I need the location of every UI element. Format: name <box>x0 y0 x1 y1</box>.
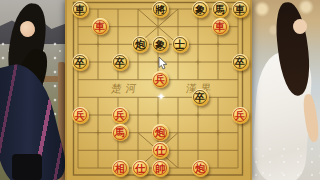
xiangqi-board[interactable]: 楚河 漢界 車將象馬車車車炮象士卒卒卒兵卒兵兵兵馬炮仕相仕帥炮 ✦ <box>65 0 252 180</box>
piece-black-象-f4r2[interactable]: 象 <box>152 36 169 53</box>
piece-glyph: 兵 <box>235 106 245 123</box>
piece-glyph: 卒 <box>235 53 245 70</box>
piece-black-象-f6r0[interactable]: 象 <box>192 1 209 18</box>
piece-black-卒-f8r3[interactable]: 卒 <box>232 54 249 71</box>
piece-glyph: 仕 <box>155 141 165 158</box>
piece-glyph: 炮 <box>195 159 205 176</box>
piece-black-卒-f2r3[interactable]: 卒 <box>112 54 129 71</box>
piece-black-卒-f0r3[interactable]: 卒 <box>72 54 89 71</box>
piece-glyph: 車 <box>95 18 105 35</box>
piece-glyph: 炮 <box>135 35 145 52</box>
piece-red-兵-f8r6[interactable]: 兵 <box>232 107 249 124</box>
piece-glyph: 炮 <box>155 124 165 141</box>
piece-glyph: 士 <box>175 35 185 52</box>
piece-red-仕-f3r9[interactable]: 仕 <box>132 160 149 177</box>
piece-red-兵-f2r6[interactable]: 兵 <box>112 107 129 124</box>
piece-red-兵-f0r6[interactable]: 兵 <box>72 107 89 124</box>
piece-black-士-f5r2[interactable]: 士 <box>172 36 189 53</box>
piece-red-馬-f2r7[interactable]: 馬 <box>112 124 129 141</box>
piece-glyph: 馬 <box>215 0 225 17</box>
sparkle-effect: ✦ <box>157 91 165 102</box>
piece-glyph: 馬 <box>115 124 125 141</box>
piece-red-車-f7r1[interactable]: 車 <box>212 18 229 35</box>
right-photo <box>252 0 320 180</box>
piece-red-炮-f6r9[interactable]: 炮 <box>192 160 209 177</box>
piece-glyph: 象 <box>155 35 165 52</box>
piece-glyph: 帥 <box>155 159 165 176</box>
piece-glyph: 將 <box>155 0 165 17</box>
river-label-chu-he: 楚河 <box>110 82 140 95</box>
piece-glyph: 車 <box>75 0 85 17</box>
piece-black-車-f0r0[interactable]: 車 <box>72 1 89 18</box>
piece-black-將-f4r0[interactable]: 將 <box>152 1 169 18</box>
mouse-cursor <box>158 57 168 70</box>
piece-red-車-f1r1[interactable]: 車 <box>92 18 109 35</box>
piece-red-相-f2r9[interactable]: 相 <box>112 160 129 177</box>
left-woman-pants <box>12 154 42 180</box>
piece-glyph: 兵 <box>75 106 85 123</box>
piece-black-卒-f6r5[interactable]: 卒 <box>192 89 209 106</box>
right-photo-ground <box>252 144 320 180</box>
screen: 楚河 漢界 車將象馬車車車炮象士卒卒卒兵卒兵兵兵馬炮仕相仕帥炮 ✦ <box>0 0 320 180</box>
piece-red-兵-f4r4[interactable]: 兵 <box>152 71 169 88</box>
right-woman-face <box>293 19 307 34</box>
piece-red-炮-f4r7[interactable]: 炮 <box>152 124 169 141</box>
piece-glyph: 兵 <box>155 71 165 88</box>
piece-red-帥-f4r9[interactable]: 帥 <box>152 160 169 177</box>
piece-glyph: 相 <box>115 159 125 176</box>
piece-glyph: 象 <box>195 0 205 17</box>
piece-red-仕-f4r8[interactable]: 仕 <box>152 142 169 159</box>
piece-glyph: 仕 <box>135 159 145 176</box>
piece-glyph: 兵 <box>115 106 125 123</box>
piece-black-炮-f3r2[interactable]: 炮 <box>132 36 149 53</box>
piece-glyph: 車 <box>235 0 245 17</box>
piece-glyph: 卒 <box>195 88 205 105</box>
piece-glyph: 卒 <box>115 53 125 70</box>
piece-glyph: 車 <box>215 18 225 35</box>
piece-glyph: 卒 <box>75 53 85 70</box>
piece-black-車-f8r0[interactable]: 車 <box>232 1 249 18</box>
piece-black-馬-f7r0[interactable]: 馬 <box>212 1 229 18</box>
left-photo <box>0 0 66 180</box>
